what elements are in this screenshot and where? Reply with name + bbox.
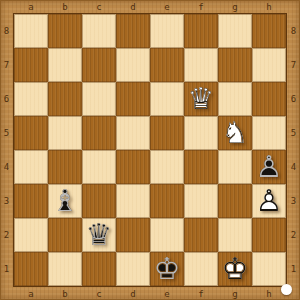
square-a7[interactable] — [14, 48, 48, 82]
square-g5[interactable]: ♞♘ — [218, 116, 252, 150]
square-d2[interactable] — [116, 218, 150, 252]
white-knight[interactable]: ♞♘ — [218, 116, 252, 150]
square-f7[interactable] — [184, 48, 218, 82]
black-king-outline: ♔ — [150, 252, 184, 286]
file-label-top-g: g — [218, 0, 252, 13]
square-f3[interactable] — [184, 184, 218, 218]
file-label-top-b: b — [48, 0, 82, 13]
white-pawn-outline: ♙ — [252, 184, 286, 218]
square-c5[interactable] — [82, 116, 116, 150]
square-d1[interactable] — [116, 252, 150, 286]
square-h5[interactable] — [252, 116, 286, 150]
square-d4[interactable] — [116, 150, 150, 184]
rank-label-left-3: 3 — [0, 184, 13, 218]
square-a6[interactable] — [14, 82, 48, 116]
square-f8[interactable] — [184, 14, 218, 48]
file-label-bottom-g: g — [218, 287, 252, 300]
square-c8[interactable] — [82, 14, 116, 48]
square-c1[interactable] — [82, 252, 116, 286]
rank-label-left-2: 2 — [0, 218, 13, 252]
square-b1[interactable] — [48, 252, 82, 286]
black-king[interactable]: ♚♔ — [150, 252, 184, 286]
square-e5[interactable] — [150, 116, 184, 150]
rank-label-right-1: 1 — [287, 252, 300, 286]
square-e8[interactable] — [150, 14, 184, 48]
square-f2[interactable] — [184, 218, 218, 252]
black-pawn-outline: ♙ — [252, 150, 286, 184]
rank-label-right-3: 3 — [287, 184, 300, 218]
rank-label-left-6: 6 — [0, 82, 13, 116]
white-pawn[interactable]: ♟♙ — [252, 184, 286, 218]
rank-label-right-7: 7 — [287, 48, 300, 82]
rank-label-left-1: 1 — [0, 252, 13, 286]
board-grid: ♛♕♞♘♟♙♝♗♟♙♛♕♚♔♚♔ — [13, 13, 287, 287]
square-c3[interactable] — [82, 184, 116, 218]
square-e1[interactable]: ♚♔ — [150, 252, 184, 286]
rank-label-left-8: 8 — [0, 14, 13, 48]
square-d6[interactable] — [116, 82, 150, 116]
square-f5[interactable] — [184, 116, 218, 150]
square-h6[interactable] — [252, 82, 286, 116]
square-b7[interactable] — [48, 48, 82, 82]
rank-label-right-6: 6 — [287, 82, 300, 116]
rank-labels-left: 87654321 — [0, 14, 13, 286]
file-label-bottom-c: c — [82, 287, 116, 300]
rank-label-right-8: 8 — [287, 14, 300, 48]
file-label-top-e: e — [150, 0, 184, 13]
square-g3[interactable] — [218, 184, 252, 218]
black-pawn[interactable]: ♟♙ — [252, 150, 286, 184]
black-bishop-outline: ♗ — [48, 184, 82, 218]
white-queen-outline: ♕ — [184, 82, 218, 116]
square-b5[interactable] — [48, 116, 82, 150]
square-c4[interactable] — [82, 150, 116, 184]
square-b3[interactable]: ♝♗ — [48, 184, 82, 218]
rank-label-right-5: 5 — [287, 116, 300, 150]
black-queen-outline: ♕ — [82, 218, 116, 252]
file-label-bottom-e: e — [150, 287, 184, 300]
rank-label-right-4: 4 — [287, 150, 300, 184]
white-queen[interactable]: ♛♕ — [184, 82, 218, 116]
file-labels-bottom: abcdefgh — [14, 287, 286, 300]
rank-label-left-5: 5 — [0, 116, 13, 150]
rank-label-left-4: 4 — [0, 150, 13, 184]
square-h4[interactable]: ♟♙ — [252, 150, 286, 184]
square-b2[interactable] — [48, 218, 82, 252]
square-b6[interactable] — [48, 82, 82, 116]
file-label-top-c: c — [82, 0, 116, 13]
square-d8[interactable] — [116, 14, 150, 48]
file-labels-top: abcdefgh — [14, 0, 286, 13]
rank-label-right-2: 2 — [287, 218, 300, 252]
file-label-top-d: d — [116, 0, 150, 13]
square-f6[interactable]: ♛♕ — [184, 82, 218, 116]
square-e2[interactable] — [150, 218, 184, 252]
square-a3[interactable] — [14, 184, 48, 218]
file-label-bottom-d: d — [116, 287, 150, 300]
square-b8[interactable] — [48, 14, 82, 48]
chess-board-frame: ♛♕♞♘♟♙♝♗♟♙♛♕♚♔♚♔ abcdefgh abcdefgh 87654… — [0, 0, 300, 300]
file-label-bottom-f: f — [184, 287, 218, 300]
square-g1[interactable]: ♚♔ — [218, 252, 252, 286]
file-label-top-h: h — [252, 0, 286, 13]
square-a2[interactable] — [14, 218, 48, 252]
black-bishop[interactable]: ♝♗ — [48, 184, 82, 218]
square-d7[interactable] — [116, 48, 150, 82]
square-h2[interactable] — [252, 218, 286, 252]
file-label-bottom-b: b — [48, 287, 82, 300]
square-a4[interactable] — [14, 150, 48, 184]
square-h8[interactable] — [252, 14, 286, 48]
file-label-top-a: a — [14, 0, 48, 13]
square-e4[interactable] — [150, 150, 184, 184]
rank-label-left-7: 7 — [0, 48, 13, 82]
white-knight-outline: ♘ — [218, 116, 252, 150]
square-h7[interactable] — [252, 48, 286, 82]
square-g2[interactable] — [218, 218, 252, 252]
square-c7[interactable] — [82, 48, 116, 82]
white-king-outline: ♔ — [218, 252, 252, 286]
square-a1[interactable] — [14, 252, 48, 286]
square-f1[interactable] — [184, 252, 218, 286]
square-a5[interactable] — [14, 116, 48, 150]
square-d3[interactable] — [116, 184, 150, 218]
black-queen[interactable]: ♛♕ — [82, 218, 116, 252]
rank-labels-right: 87654321 — [287, 14, 300, 286]
square-b4[interactable] — [48, 150, 82, 184]
square-c2[interactable]: ♛♕ — [82, 218, 116, 252]
square-f4[interactable] — [184, 150, 218, 184]
square-a8[interactable] — [14, 14, 48, 48]
square-g4[interactable] — [218, 150, 252, 184]
white-to-move-indicator — [281, 284, 292, 295]
square-e7[interactable] — [150, 48, 184, 82]
square-h3[interactable]: ♟♙ — [252, 184, 286, 218]
square-g7[interactable] — [218, 48, 252, 82]
square-h1[interactable] — [252, 252, 286, 286]
square-d5[interactable] — [116, 116, 150, 150]
square-e3[interactable] — [150, 184, 184, 218]
white-king[interactable]: ♚♔ — [218, 252, 252, 286]
file-label-bottom-a: a — [14, 287, 48, 300]
square-c6[interactable] — [82, 82, 116, 116]
square-e6[interactable] — [150, 82, 184, 116]
square-g8[interactable] — [218, 14, 252, 48]
square-g6[interactable] — [218, 82, 252, 116]
file-label-top-f: f — [184, 0, 218, 13]
